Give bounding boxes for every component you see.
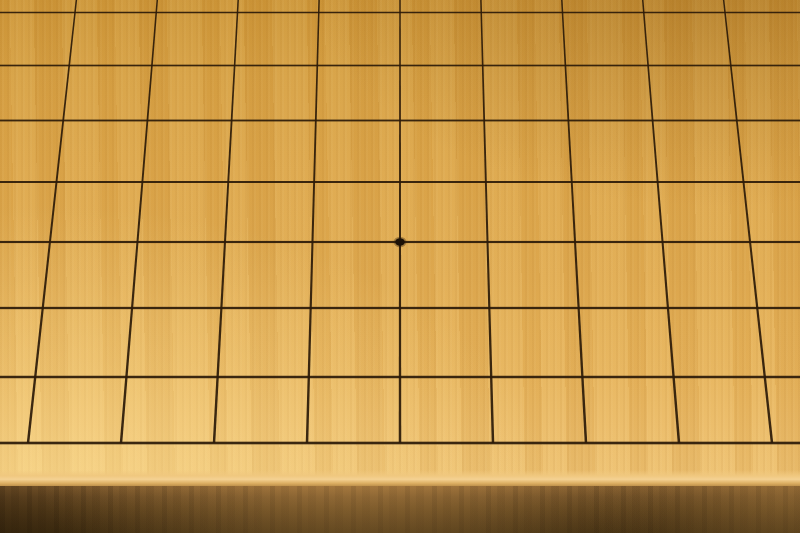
grid-vertical-line <box>399 0 402 443</box>
star-point <box>395 238 405 246</box>
board-front-face <box>0 486 800 533</box>
grid-lines <box>0 0 800 478</box>
go-board-photo <box>0 0 800 533</box>
